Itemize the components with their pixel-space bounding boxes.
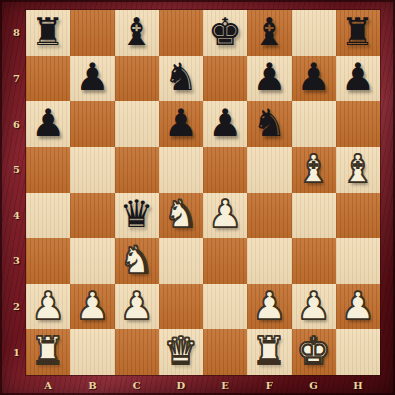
square-e3[interactable] xyxy=(203,238,247,284)
board: ♜♝♚♝♜♟♞♟♟♟♟♟♟♞♝♝♛♞♟♞♟♟♟♟♟♟♜♛♜♚ xyxy=(26,10,380,375)
square-b8[interactable] xyxy=(70,10,114,56)
square-e6[interactable]: ♟ xyxy=(203,101,247,147)
square-d2[interactable] xyxy=(159,284,203,330)
square-c2[interactable]: ♟ xyxy=(115,284,159,330)
piece-white-queen: ♛ xyxy=(164,332,198,370)
square-e2[interactable] xyxy=(203,284,247,330)
piece-white-knight: ♞ xyxy=(164,195,198,233)
square-h8[interactable]: ♜ xyxy=(336,10,380,56)
square-f7[interactable]: ♟ xyxy=(247,56,291,102)
square-h4[interactable] xyxy=(336,193,380,239)
piece-black-king: ♚ xyxy=(208,13,242,51)
piece-white-rook: ♜ xyxy=(252,332,286,370)
square-h2[interactable]: ♟ xyxy=(336,284,380,330)
file-label-d: D xyxy=(159,375,203,395)
piece-white-pawn: ♟ xyxy=(75,287,109,325)
square-g8[interactable] xyxy=(292,10,336,56)
piece-black-pawn: ♟ xyxy=(75,58,109,96)
piece-black-bishop: ♝ xyxy=(252,13,286,51)
square-g4[interactable] xyxy=(292,193,336,239)
square-c4[interactable]: ♛ xyxy=(115,193,159,239)
square-c7[interactable] xyxy=(115,56,159,102)
square-a4[interactable] xyxy=(26,193,70,239)
piece-black-pawn: ♟ xyxy=(252,58,286,96)
piece-white-knight: ♞ xyxy=(120,241,154,279)
piece-white-rook: ♜ xyxy=(31,332,65,370)
file-labels: ABCDEFGH xyxy=(26,375,380,395)
file-label-c: C xyxy=(115,375,159,395)
square-b7[interactable]: ♟ xyxy=(70,56,114,102)
piece-black-pawn: ♟ xyxy=(208,104,242,142)
square-c1[interactable] xyxy=(115,329,159,375)
square-g2[interactable]: ♟ xyxy=(292,284,336,330)
piece-black-knight: ♞ xyxy=(164,58,198,96)
square-b5[interactable] xyxy=(70,147,114,193)
square-f1[interactable]: ♜ xyxy=(247,329,291,375)
piece-white-pawn: ♟ xyxy=(297,287,331,325)
piece-white-pawn: ♟ xyxy=(120,287,154,325)
rank-label-3: 3 xyxy=(0,238,26,284)
square-b6[interactable] xyxy=(70,101,114,147)
square-h3[interactable] xyxy=(336,238,380,284)
square-a7[interactable] xyxy=(26,56,70,102)
square-a2[interactable]: ♟ xyxy=(26,284,70,330)
square-h5[interactable]: ♝ xyxy=(336,147,380,193)
square-d3[interactable] xyxy=(159,238,203,284)
square-c6[interactable] xyxy=(115,101,159,147)
rank-label-7: 7 xyxy=(0,56,26,102)
rank-label-6: 6 xyxy=(0,101,26,147)
square-d5[interactable] xyxy=(159,147,203,193)
square-c8[interactable]: ♝ xyxy=(115,10,159,56)
piece-black-pawn: ♟ xyxy=(297,58,331,96)
rank-label-8: 8 xyxy=(0,10,26,56)
piece-black-bishop: ♝ xyxy=(120,13,154,51)
square-d4[interactable]: ♞ xyxy=(159,193,203,239)
square-e5[interactable] xyxy=(203,147,247,193)
square-g5[interactable]: ♝ xyxy=(292,147,336,193)
piece-white-pawn: ♟ xyxy=(252,287,286,325)
piece-white-pawn: ♟ xyxy=(208,195,242,233)
square-b2[interactable]: ♟ xyxy=(70,284,114,330)
square-g6[interactable] xyxy=(292,101,336,147)
square-f4[interactable] xyxy=(247,193,291,239)
rank-label-2: 2 xyxy=(0,284,26,330)
rank-label-1: 1 xyxy=(0,329,26,375)
piece-black-rook: ♜ xyxy=(341,13,375,51)
piece-black-pawn: ♟ xyxy=(164,104,198,142)
square-e8[interactable]: ♚ xyxy=(203,10,247,56)
square-a8[interactable]: ♜ xyxy=(26,10,70,56)
piece-black-knight: ♞ xyxy=(252,104,286,142)
square-b3[interactable] xyxy=(70,238,114,284)
square-h7[interactable]: ♟ xyxy=(336,56,380,102)
piece-white-pawn: ♟ xyxy=(31,287,65,325)
square-e7[interactable] xyxy=(203,56,247,102)
file-label-h: H xyxy=(336,375,380,395)
chess-board-frame: 87654321 ♜♝♚♝♜♟♞♟♟♟♟♟♟♞♝♝♛♞♟♞♟♟♟♟♟♟♜♛♜♚ … xyxy=(0,0,395,395)
piece-white-bishop: ♝ xyxy=(297,150,331,188)
file-label-a: A xyxy=(26,375,70,395)
piece-black-rook: ♜ xyxy=(31,13,65,51)
square-d6[interactable]: ♟ xyxy=(159,101,203,147)
square-e1[interactable] xyxy=(203,329,247,375)
file-label-e: E xyxy=(203,375,247,395)
square-h6[interactable] xyxy=(336,101,380,147)
piece-black-pawn: ♟ xyxy=(31,104,65,142)
piece-white-bishop: ♝ xyxy=(341,150,375,188)
square-g3[interactable] xyxy=(292,238,336,284)
square-a3[interactable] xyxy=(26,238,70,284)
file-label-b: B xyxy=(70,375,114,395)
file-label-f: F xyxy=(247,375,291,395)
square-c5[interactable] xyxy=(115,147,159,193)
square-a5[interactable] xyxy=(26,147,70,193)
square-g7[interactable]: ♟ xyxy=(292,56,336,102)
square-e4[interactable]: ♟ xyxy=(203,193,247,239)
square-h1[interactable] xyxy=(336,329,380,375)
piece-black-pawn: ♟ xyxy=(341,58,375,96)
square-f2[interactable]: ♟ xyxy=(247,284,291,330)
square-d7[interactable]: ♞ xyxy=(159,56,203,102)
square-a6[interactable]: ♟ xyxy=(26,101,70,147)
square-c3[interactable]: ♞ xyxy=(115,238,159,284)
rank-label-4: 4 xyxy=(0,193,26,239)
rank-label-5: 5 xyxy=(0,147,26,193)
piece-white-pawn: ♟ xyxy=(341,287,375,325)
square-f3[interactable] xyxy=(247,238,291,284)
square-b4[interactable] xyxy=(70,193,114,239)
square-f8[interactable]: ♝ xyxy=(247,10,291,56)
square-f5[interactable] xyxy=(247,147,291,193)
file-label-g: G xyxy=(292,375,336,395)
piece-black-queen: ♛ xyxy=(120,195,154,233)
square-a1[interactable]: ♜ xyxy=(26,329,70,375)
square-g1[interactable]: ♚ xyxy=(292,329,336,375)
rank-labels: 87654321 xyxy=(0,10,26,375)
square-d8[interactable] xyxy=(159,10,203,56)
square-b1[interactable] xyxy=(70,329,114,375)
square-d1[interactable]: ♛ xyxy=(159,329,203,375)
square-f6[interactable]: ♞ xyxy=(247,101,291,147)
piece-white-king: ♚ xyxy=(297,332,331,370)
